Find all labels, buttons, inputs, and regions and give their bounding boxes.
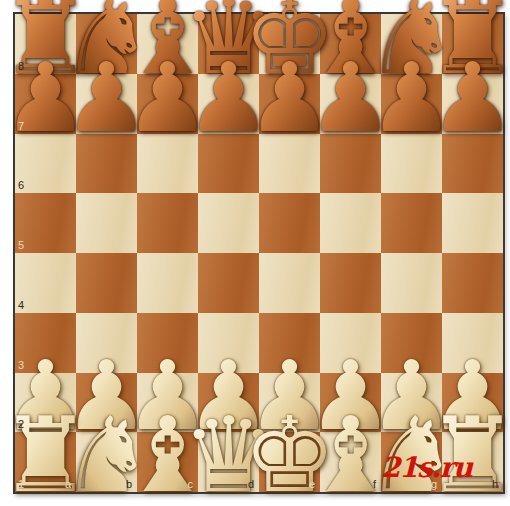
black-pawn[interactable]: ♟ (429, 50, 510, 146)
square-h4[interactable] (442, 253, 503, 313)
rank-label-4: 4 (18, 300, 24, 311)
board-grid: 8♜♞♝♛♚♝♞♜7♟♟♟♟♟♟♟♟65432♟♟♟♟♟♟♟♟1a♜b♞c♝d♛… (15, 14, 503, 492)
square-c5[interactable] (137, 193, 198, 253)
square-f5[interactable] (320, 193, 381, 253)
square-a4[interactable]: 4 (15, 253, 76, 313)
rank-label-6: 6 (18, 180, 24, 191)
square-h5[interactable] (442, 193, 503, 253)
chess-board: 8♜♞♝♛♚♝♞♜7♟♟♟♟♟♟♟♟65432♟♟♟♟♟♟♟♟1a♜b♞c♝d♛… (13, 12, 505, 494)
square-h1[interactable]: h♜ (442, 432, 503, 492)
square-b5[interactable] (76, 193, 137, 253)
chess-app: 8♜♞♝♛♚♝♞♜7♟♟♟♟♟♟♟♟65432♟♟♟♟♟♟♟♟1a♜b♞c♝d♛… (0, 0, 510, 506)
square-g5[interactable] (381, 193, 442, 253)
square-e5[interactable] (259, 193, 320, 253)
rank-label-5: 5 (18, 240, 24, 251)
square-f4[interactable] (320, 253, 381, 313)
square-c4[interactable] (137, 253, 198, 313)
square-e4[interactable] (259, 253, 320, 313)
square-h7[interactable]: ♟ (442, 74, 503, 134)
square-g4[interactable] (381, 253, 442, 313)
square-d4[interactable] (198, 253, 259, 313)
square-b4[interactable] (76, 253, 137, 313)
white-rook[interactable]: ♜ (426, 403, 510, 506)
square-d5[interactable] (198, 193, 259, 253)
square-a5[interactable]: 5 (15, 193, 76, 253)
